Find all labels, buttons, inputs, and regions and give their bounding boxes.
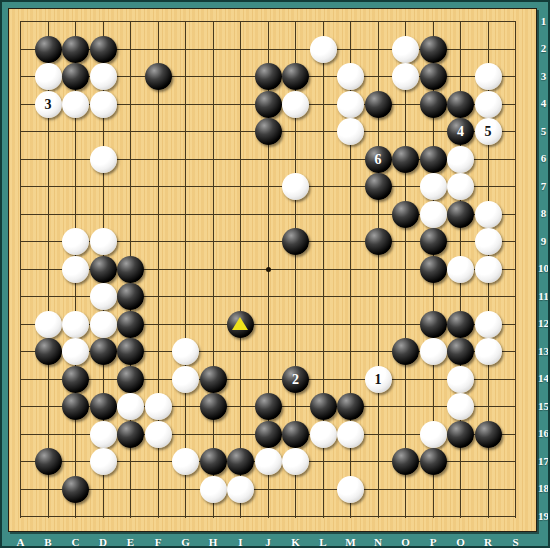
- stone-P10[interactable]: [420, 256, 447, 283]
- grid-line-horizontal: [20, 379, 516, 380]
- column-label-S: S: [508, 536, 524, 548]
- stone-P2[interactable]: [420, 36, 447, 63]
- stone-R16[interactable]: [475, 421, 502, 448]
- stone-J5[interactable]: [255, 118, 282, 145]
- row-label-10: 10: [536, 262, 550, 274]
- stone-C13[interactable]: [62, 338, 89, 365]
- stone-Q5[interactable]: 4: [447, 118, 474, 145]
- stone-H15[interactable]: [200, 393, 227, 420]
- stone-P16[interactable]: [420, 421, 447, 448]
- stone-M18[interactable]: [337, 476, 364, 503]
- stone-M4[interactable]: [337, 91, 364, 118]
- stone-P3[interactable]: [420, 63, 447, 90]
- go-app-screen: 345621ABCDEFGHIJKLMNOPQRS123456789101112…: [0, 0, 550, 548]
- stone-P4[interactable]: [420, 91, 447, 118]
- stone-R10[interactable]: [475, 256, 502, 283]
- stone-R5[interactable]: 5: [475, 118, 502, 145]
- column-label-G: G: [178, 536, 194, 548]
- stone-Q10[interactable]: [447, 256, 474, 283]
- row-label-17: 17: [536, 455, 550, 467]
- column-label-N: N: [370, 536, 386, 548]
- stone-B12[interactable]: [35, 311, 62, 338]
- column-label-C: C: [68, 536, 84, 548]
- stone-D10[interactable]: [90, 256, 117, 283]
- row-label-19: 19: [536, 510, 550, 522]
- stone-O2[interactable]: [392, 36, 419, 63]
- stone-P6[interactable]: [420, 146, 447, 173]
- stone-B17[interactable]: [35, 448, 62, 475]
- row-label-15: 15: [536, 400, 550, 412]
- stone-D13[interactable]: [90, 338, 117, 365]
- stone-D9[interactable]: [90, 228, 117, 255]
- stone-L16[interactable]: [310, 421, 337, 448]
- move-number-label: 4: [447, 118, 474, 145]
- stone-H18[interactable]: [200, 476, 227, 503]
- column-label-K: K: [288, 536, 304, 548]
- triangle-marker-icon: [232, 317, 248, 330]
- stone-J4[interactable]: [255, 91, 282, 118]
- stone-C4[interactable]: [62, 91, 89, 118]
- column-label-B: B: [40, 536, 56, 548]
- stone-N14[interactable]: 1: [365, 366, 392, 393]
- stone-K16[interactable]: [282, 421, 309, 448]
- column-label-A: A: [13, 536, 29, 548]
- stone-J3[interactable]: [255, 63, 282, 90]
- row-label-8: 8: [536, 207, 550, 219]
- row-label-3: 3: [536, 70, 550, 82]
- stone-Q15[interactable]: [447, 393, 474, 420]
- stone-D4[interactable]: [90, 91, 117, 118]
- stone-O8[interactable]: [392, 201, 419, 228]
- column-label-O: O: [398, 536, 414, 548]
- stone-D16[interactable]: [90, 421, 117, 448]
- stone-E16[interactable]: [117, 421, 144, 448]
- stone-K17[interactable]: [282, 448, 309, 475]
- stone-J17[interactable]: [255, 448, 282, 475]
- row-label-9: 9: [536, 235, 550, 247]
- stone-C9[interactable]: [62, 228, 89, 255]
- stone-B3[interactable]: [35, 63, 62, 90]
- stone-C18[interactable]: [62, 476, 89, 503]
- stone-N9[interactable]: [365, 228, 392, 255]
- stone-M5[interactable]: [337, 118, 364, 145]
- grid-line-vertical: [213, 22, 214, 518]
- column-label-F: F: [150, 536, 166, 548]
- stone-Q8[interactable]: [447, 201, 474, 228]
- stone-K14[interactable]: 2: [282, 366, 309, 393]
- stone-D17[interactable]: [90, 448, 117, 475]
- stone-M3[interactable]: [337, 63, 364, 90]
- stone-C14[interactable]: [62, 366, 89, 393]
- row-label-4: 4: [536, 97, 550, 109]
- stone-G17[interactable]: [172, 448, 199, 475]
- stone-O13[interactable]: [392, 338, 419, 365]
- stone-F15[interactable]: [145, 393, 172, 420]
- stone-D12[interactable]: [90, 311, 117, 338]
- stone-H17[interactable]: [200, 448, 227, 475]
- stone-O17[interactable]: [392, 448, 419, 475]
- grid-line-vertical: [185, 22, 186, 518]
- move-number-label: 3: [35, 91, 62, 118]
- stone-E15[interactable]: [117, 393, 144, 420]
- column-label-E: E: [123, 536, 139, 548]
- stone-F16[interactable]: [145, 421, 172, 448]
- column-label-J: J: [260, 536, 276, 548]
- stone-E10[interactable]: [117, 256, 144, 283]
- column-label-P: P: [425, 536, 441, 548]
- stone-F3[interactable]: [145, 63, 172, 90]
- stone-P9[interactable]: [420, 228, 447, 255]
- stone-K9[interactable]: [282, 228, 309, 255]
- stone-C15[interactable]: [62, 393, 89, 420]
- stone-E11[interactable]: [117, 283, 144, 310]
- stone-R3[interactable]: [475, 63, 502, 90]
- stone-P8[interactable]: [420, 201, 447, 228]
- stone-I18[interactable]: [227, 476, 254, 503]
- stone-E12[interactable]: [117, 311, 144, 338]
- stone-R4[interactable]: [475, 91, 502, 118]
- row-label-6: 6: [536, 152, 550, 164]
- move-number-label: 1: [365, 366, 392, 393]
- column-label-H: H: [205, 536, 221, 548]
- stone-G14[interactable]: [172, 366, 199, 393]
- stone-I12[interactable]: [227, 311, 254, 338]
- grid-line-horizontal: [20, 516, 516, 517]
- stone-J16[interactable]: [255, 421, 282, 448]
- stone-L2[interactable]: [310, 36, 337, 63]
- stone-O3[interactable]: [392, 63, 419, 90]
- row-label-14: 14: [536, 372, 550, 384]
- row-label-5: 5: [536, 125, 550, 137]
- stone-B13[interactable]: [35, 338, 62, 365]
- grid-line-horizontal: [20, 489, 516, 490]
- row-label-2: 2: [536, 42, 550, 54]
- stone-D3[interactable]: [90, 63, 117, 90]
- stone-Q6[interactable]: [447, 146, 474, 173]
- stone-P7[interactable]: [420, 173, 447, 200]
- row-label-13: 13: [536, 345, 550, 357]
- stone-Q14[interactable]: [447, 366, 474, 393]
- stone-Q16[interactable]: [447, 421, 474, 448]
- stone-N7[interactable]: [365, 173, 392, 200]
- stone-C10[interactable]: [62, 256, 89, 283]
- stone-P13[interactable]: [420, 338, 447, 365]
- stone-M16[interactable]: [337, 421, 364, 448]
- stone-D11[interactable]: [90, 283, 117, 310]
- row-label-7: 7: [536, 180, 550, 192]
- stone-K7[interactable]: [282, 173, 309, 200]
- star-point: [266, 267, 271, 272]
- stone-Q4[interactable]: [447, 91, 474, 118]
- stone-R9[interactable]: [475, 228, 502, 255]
- column-label-Q: Q: [453, 536, 469, 548]
- row-label-12: 12: [536, 317, 550, 329]
- row-label-16: 16: [536, 427, 550, 439]
- column-label-L: L: [315, 536, 331, 548]
- stone-D2[interactable]: [90, 36, 117, 63]
- move-number-label: 2: [282, 366, 309, 393]
- stone-K4[interactable]: [282, 91, 309, 118]
- row-label-1: 1: [536, 15, 550, 27]
- grid-line-vertical: [240, 22, 241, 518]
- stone-C12[interactable]: [62, 311, 89, 338]
- row-label-11: 11: [536, 290, 550, 302]
- stone-C3[interactable]: [62, 63, 89, 90]
- stone-P12[interactable]: [420, 311, 447, 338]
- column-label-M: M: [343, 536, 359, 548]
- stone-D6[interactable]: [90, 146, 117, 173]
- stone-K3[interactable]: [282, 63, 309, 90]
- stone-C2[interactable]: [62, 36, 89, 63]
- stone-D15[interactable]: [90, 393, 117, 420]
- stone-Q12[interactable]: [447, 311, 474, 338]
- grid-line-vertical: [515, 22, 516, 518]
- stone-J15[interactable]: [255, 393, 282, 420]
- stone-I17[interactable]: [227, 448, 254, 475]
- stone-B2[interactable]: [35, 36, 62, 63]
- stone-G13[interactable]: [172, 338, 199, 365]
- column-label-I: I: [233, 536, 249, 548]
- stone-P17[interactable]: [420, 448, 447, 475]
- stone-O6[interactable]: [392, 146, 419, 173]
- column-label-D: D: [95, 536, 111, 548]
- row-label-18: 18: [536, 482, 550, 494]
- move-number-label: 6: [365, 146, 392, 173]
- stone-R12[interactable]: [475, 311, 502, 338]
- stone-E14[interactable]: [117, 366, 144, 393]
- stone-B4[interactable]: 3: [35, 91, 62, 118]
- move-number-label: 5: [475, 118, 502, 145]
- stone-E13[interactable]: [117, 338, 144, 365]
- stone-R13[interactable]: [475, 338, 502, 365]
- stone-N6[interactable]: 6: [365, 146, 392, 173]
- stone-R8[interactable]: [475, 201, 502, 228]
- column-label-R: R: [480, 536, 496, 548]
- stone-H14[interactable]: [200, 366, 227, 393]
- stone-Q13[interactable]: [447, 338, 474, 365]
- stone-L15[interactable]: [310, 393, 337, 420]
- stone-N4[interactable]: [365, 91, 392, 118]
- stone-Q7[interactable]: [447, 173, 474, 200]
- grid-line-vertical: [405, 22, 406, 518]
- grid-line-vertical: [20, 22, 21, 518]
- stone-M15[interactable]: [337, 393, 364, 420]
